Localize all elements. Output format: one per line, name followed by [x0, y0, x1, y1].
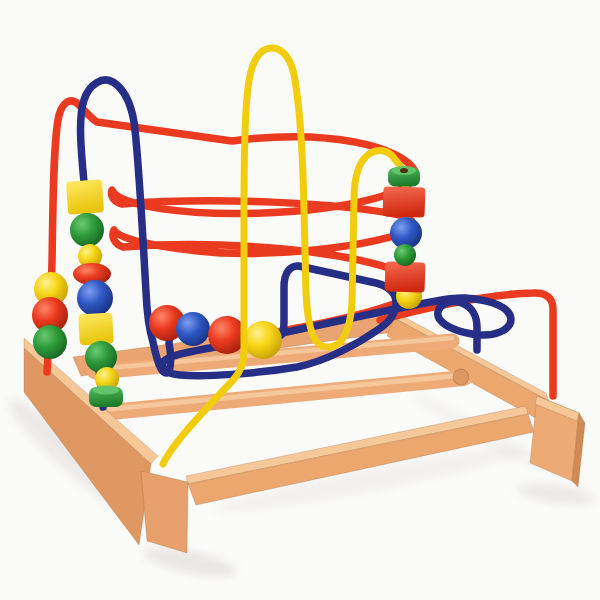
- green-sphere-bead: [33, 325, 67, 359]
- yellow-cube-bead: [66, 179, 104, 214]
- green-cylinder-bead: [89, 386, 123, 408]
- blue-sphere-bead: [77, 280, 113, 316]
- red-cube-bead: [384, 261, 425, 292]
- red-sphere-bead: [208, 316, 246, 354]
- yellow-cube-bead: [78, 313, 114, 346]
- left-end-face: [141, 471, 188, 553]
- green-cylinder-bead: [388, 166, 420, 187]
- green-sphere-bead: [394, 244, 416, 266]
- red-wire-beads: [32, 272, 68, 359]
- green-sphere-bead: [70, 213, 104, 247]
- bead-maze-scene: [0, 0, 600, 600]
- bead-maze-photo: Wooden bead maze roller-coaster toy on w…: [0, 0, 600, 600]
- blue-sphere-bead: [176, 312, 210, 346]
- red-cube-bead: [382, 186, 425, 217]
- dowel-end-cap: [453, 369, 469, 385]
- yellow-sphere-bead: [244, 321, 282, 359]
